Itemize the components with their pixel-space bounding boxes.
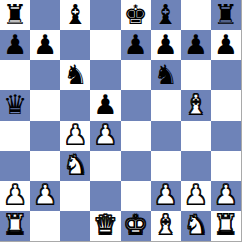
square-h6[interactable] [211,60,241,90]
square-g8[interactable] [181,0,211,30]
square-c8[interactable]: ♝ [60,0,90,30]
piece-black-pawn[interactable]: ♟ [33,31,57,58]
square-g1[interactable]: ♞ [181,211,211,241]
square-g2[interactable]: ♟ [181,181,211,211]
square-b4[interactable] [30,121,60,151]
square-g4[interactable] [181,121,211,151]
square-h2[interactable]: ♟ [211,181,241,211]
piece-white-bishop[interactable]: ♝ [184,91,208,118]
piece-white-pawn[interactable]: ♟ [154,181,178,208]
piece-black-pawn[interactable]: ♟ [214,31,238,58]
piece-white-pawn[interactable]: ♟ [214,181,238,208]
square-e3[interactable] [121,151,151,181]
square-c5[interactable] [60,90,90,120]
square-d5[interactable]: ♟ [90,90,120,120]
square-f3[interactable] [151,151,181,181]
piece-white-pawn[interactable]: ♟ [33,181,57,208]
square-c6[interactable]: ♞ [60,60,90,90]
square-c2[interactable] [60,181,90,211]
square-c3[interactable]: ♞ [60,151,90,181]
square-e6[interactable] [121,60,151,90]
square-f7[interactable]: ♟ [151,30,181,60]
square-e1[interactable]: ♚ [121,211,151,241]
square-a1[interactable]: ♜ [0,211,30,241]
square-f8[interactable]: ♝ [151,0,181,30]
piece-black-pawn[interactable]: ♟ [3,31,27,58]
piece-black-rook[interactable]: ♜ [3,1,27,28]
square-b8[interactable] [30,0,60,30]
square-f4[interactable] [151,121,181,151]
piece-white-pawn[interactable]: ♟ [93,121,117,148]
square-a5[interactable]: ♛ [0,90,30,120]
square-a4[interactable] [0,121,30,151]
piece-black-rook[interactable]: ♜ [214,1,238,28]
piece-white-knight[interactable]: ♞ [184,211,208,238]
square-b5[interactable] [30,90,60,120]
square-d7[interactable] [90,30,120,60]
square-g5[interactable]: ♝ [181,90,211,120]
square-h7[interactable]: ♟ [211,30,241,60]
square-e4[interactable] [121,121,151,151]
square-a3[interactable] [0,151,30,181]
piece-black-knight[interactable]: ♞ [154,61,178,88]
square-d2[interactable] [90,181,120,211]
piece-black-pawn[interactable]: ♟ [123,31,147,58]
square-b3[interactable] [30,151,60,181]
square-b6[interactable] [30,60,60,90]
piece-black-bishop[interactable]: ♝ [63,1,87,28]
square-h5[interactable] [211,90,241,120]
square-e7[interactable]: ♟ [121,30,151,60]
square-d6[interactable] [90,60,120,90]
square-d3[interactable] [90,151,120,181]
square-e2[interactable] [121,181,151,211]
piece-white-knight[interactable]: ♞ [63,151,87,178]
square-f2[interactable]: ♟ [151,181,181,211]
piece-black-pawn[interactable]: ♟ [154,31,178,58]
square-a2[interactable]: ♟ [0,181,30,211]
square-h4[interactable] [211,121,241,151]
square-c4[interactable]: ♟ [60,121,90,151]
square-g7[interactable]: ♟ [181,30,211,60]
square-b2[interactable]: ♟ [30,181,60,211]
square-g3[interactable] [181,151,211,181]
square-a8[interactable]: ♜ [0,0,30,30]
piece-white-pawn[interactable]: ♟ [3,181,27,208]
square-e5[interactable] [121,90,151,120]
square-g6[interactable] [181,60,211,90]
piece-white-pawn[interactable]: ♟ [63,121,87,148]
square-c1[interactable] [60,211,90,241]
piece-black-bishop[interactable]: ♝ [154,1,178,28]
square-d4[interactable]: ♟ [90,121,120,151]
piece-black-pawn[interactable]: ♟ [184,31,208,58]
square-d8[interactable] [90,0,120,30]
square-e8[interactable]: ♚ [121,0,151,30]
piece-white-queen[interactable]: ♛ [93,211,117,238]
square-f6[interactable]: ♞ [151,60,181,90]
piece-white-rook[interactable]: ♜ [214,211,238,238]
piece-black-knight[interactable]: ♞ [63,61,87,88]
piece-black-pawn[interactable]: ♟ [93,91,117,118]
square-a6[interactable] [0,60,30,90]
chess-board: ♜♝♚♝♜♟♟♟♟♟♟♞♞♛♟♝♟♟♞♟♟♟♟♟♜♛♚♝♞♜ [0,0,242,242]
piece-white-bishop[interactable]: ♝ [154,211,178,238]
piece-white-rook[interactable]: ♜ [3,211,27,238]
square-h8[interactable]: ♜ [211,0,241,30]
square-f1[interactable]: ♝ [151,211,181,241]
square-a7[interactable]: ♟ [0,30,30,60]
square-b7[interactable]: ♟ [30,30,60,60]
piece-black-king[interactable]: ♚ [123,1,147,28]
piece-white-king[interactable]: ♚ [123,211,147,238]
square-b1[interactable] [30,211,60,241]
square-h3[interactable] [211,151,241,181]
piece-black-queen[interactable]: ♛ [3,91,27,118]
square-d1[interactable]: ♛ [90,211,120,241]
square-f5[interactable] [151,90,181,120]
piece-white-pawn[interactable]: ♟ [184,181,208,208]
square-h1[interactable]: ♜ [211,211,241,241]
square-c7[interactable] [60,30,90,60]
